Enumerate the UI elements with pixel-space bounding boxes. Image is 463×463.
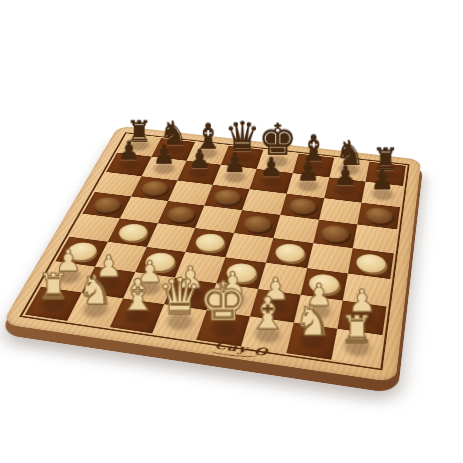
piece-base-shadow: [176, 284, 205, 302]
dark-pawn-a7: ♟: [111, 110, 147, 165]
dark-pawn-c7: ♟: [181, 117, 218, 172]
piece-base-shadow: [127, 139, 151, 151]
dark-queen-d8: ♛: [225, 103, 261, 157]
dark-checker-h6: [364, 206, 394, 225]
dark-knight-b8: ♞: [156, 96, 191, 149]
piece-base-shadow: [152, 162, 177, 175]
light-knight-glyph: ♞: [293, 301, 331, 341]
dark-checker-a5: [90, 196, 124, 215]
dark-knight-g8: ♞: [331, 114, 367, 169]
piece-base-shadow: [375, 167, 397, 180]
dark-checker-g5: [320, 224, 351, 244]
light-checker-h4: [355, 253, 387, 275]
light-queen-glyph: ♛: [157, 274, 202, 322]
light-checker-a3: [63, 241, 100, 262]
light-checker-f4: [273, 242, 306, 263]
piece-base-shadow: [161, 143, 185, 155]
piece-base-shadow: [80, 300, 111, 319]
piece-base-shadow: [302, 159, 325, 172]
piece-base-shadow: [223, 170, 247, 183]
chess-checkers-board: ♜♞♝♛♚♝♞♜♟♟♟♟♟♟♟♟♟♟♟♟♟♟♟♟♜♞♝♛♚♝♞♜ Cay·O: [1, 126, 421, 383]
piece-base-shadow: [266, 155, 289, 168]
piece-base-shadow: [305, 302, 333, 321]
piece-base-shadow: [122, 306, 152, 325]
dark-rook-a8: ♜: [122, 92, 157, 145]
product-photo-scene: ♜♞♝♛♚♝♞♜♟♟♟♟♟♟♟♟♟♟♟♟♟♟♟♟♜♞♝♛♚♝♞♜ Cay·O: [0, 0, 463, 463]
dark-pawn-b7: ♟: [146, 113, 182, 168]
piece-base-shadow: [349, 308, 376, 327]
piece-base-shadow: [343, 337, 371, 358]
dark-rook-h8: ♜: [368, 118, 405, 173]
piece-base-shadow: [259, 174, 283, 188]
light-checker-d4: [193, 232, 227, 252]
piece-base-shadow: [165, 312, 195, 332]
piece-base-shadow: [333, 183, 356, 197]
piece-base-shadow: [298, 331, 327, 352]
piece-base-shadow: [296, 178, 320, 192]
dark-pawn-h7: ♟: [364, 137, 402, 194]
dark-bishop-f8: ♝: [295, 111, 331, 166]
piece-base-shadow: [253, 324, 282, 344]
dark-bishop-c8: ♝: [190, 99, 226, 153]
piece-base-shadow: [208, 318, 238, 338]
light-pawn-glyph: ♟: [95, 254, 122, 282]
light-checker-c3: [143, 251, 179, 273]
dark-checker-d6: [211, 188, 243, 206]
light-checker-e3: [224, 262, 259, 284]
dark-pawn-e7: ♟: [253, 125, 290, 181]
piece-base-shadow: [53, 268, 83, 286]
dark-king-e8: ♚: [260, 107, 296, 161]
dark-checker-b6: [138, 180, 171, 198]
dark-pawn-f7: ♟: [289, 129, 326, 185]
piece-base-shadow: [196, 147, 220, 160]
piece-base-shadow: [338, 163, 360, 176]
piece-base-shadow: [218, 290, 246, 309]
piece-base-shadow: [38, 294, 69, 313]
light-checker-g3: [307, 273, 341, 296]
